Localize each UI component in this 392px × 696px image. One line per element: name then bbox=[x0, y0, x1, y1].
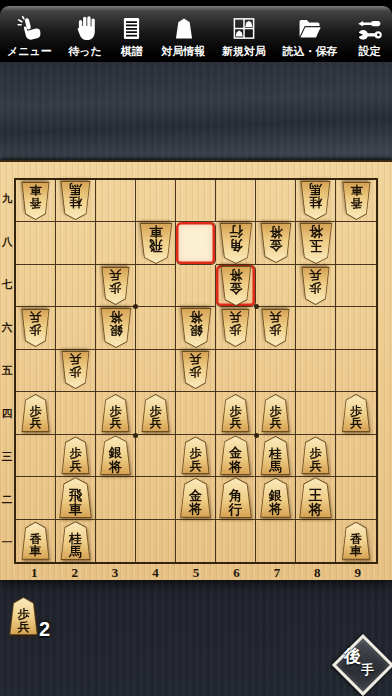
piece-kanji: 歩 兵 bbox=[190, 447, 202, 473]
square-2二[interactable]: 飛 車 bbox=[56, 477, 96, 519]
shogi-piece-歩兵-gote[interactable]: 歩 兵 bbox=[8, 597, 39, 635]
shogi-piece-歩兵-gote[interactable]: 歩 兵 bbox=[20, 394, 51, 432]
shogi-piece-歩兵-gote[interactable]: 歩 兵 bbox=[300, 436, 331, 474]
shogi-piece-香車-sente[interactable]: 香 車 bbox=[341, 182, 372, 220]
rank-label-二: 二 bbox=[0, 478, 14, 521]
square-2六[interactable] bbox=[56, 307, 96, 349]
menu-button[interactable]: メニュー bbox=[7, 14, 52, 59]
piece-kanji: 金 将 bbox=[189, 489, 202, 517]
square-7九[interactable] bbox=[256, 180, 296, 222]
shogi-piece-歩兵-sente[interactable]: 歩 兵 bbox=[60, 351, 91, 389]
piece-kanji: 歩 兵 bbox=[270, 405, 282, 431]
square-8九[interactable]: 桂 馬 bbox=[296, 180, 336, 222]
square-4五[interactable] bbox=[136, 350, 176, 392]
shogi-piece-銀将-gote[interactable]: 銀 将 bbox=[259, 478, 293, 518]
square-6四[interactable]: 歩 兵 bbox=[216, 392, 256, 434]
square-5三[interactable]: 歩 兵 bbox=[176, 435, 216, 477]
shogi-piece-歩兵-sente[interactable]: 歩 兵 bbox=[20, 309, 51, 347]
piece-kanji: 歩 兵 bbox=[270, 310, 282, 336]
square-1七[interactable] bbox=[16, 265, 56, 307]
piece-kanji: 歩 兵 bbox=[350, 405, 362, 431]
star-point bbox=[133, 433, 138, 438]
shogi-piece-歩兵-sente[interactable]: 歩 兵 bbox=[300, 267, 331, 305]
piece-kanji: 金 将 bbox=[229, 267, 242, 295]
square-7八[interactable]: 金 将 bbox=[256, 222, 296, 264]
square-6三[interactable]: 金 将 bbox=[216, 435, 256, 477]
square-3六[interactable]: 銀 将 bbox=[96, 307, 136, 349]
file-label-5: 5 bbox=[176, 564, 216, 582]
square-3三[interactable]: 銀 将 bbox=[96, 435, 136, 477]
file-label-1: 1 bbox=[14, 564, 54, 582]
piece-kanji: 香 車 bbox=[350, 533, 362, 559]
square-7五[interactable] bbox=[256, 350, 296, 392]
square-1二[interactable] bbox=[16, 477, 56, 519]
piece-kanji: 香 車 bbox=[30, 183, 42, 209]
square-2四[interactable] bbox=[56, 392, 96, 434]
shogi-piece-飛車-sente[interactable]: 飛 車 bbox=[138, 223, 174, 264]
file-labels: 123456789 bbox=[14, 564, 378, 582]
square-6五[interactable] bbox=[216, 350, 256, 392]
square-6七[interactable]: 金 将 bbox=[216, 265, 256, 307]
piece-kanji: 王 将 bbox=[309, 488, 323, 517]
piece-kanji: 歩 兵 bbox=[230, 405, 242, 431]
square-9二[interactable] bbox=[336, 477, 376, 519]
square-7七[interactable] bbox=[256, 265, 296, 307]
kifu-button-label: 棋譜 bbox=[121, 44, 143, 59]
square-7六[interactable]: 歩 兵 bbox=[256, 307, 296, 349]
piece-kanji: 飛 車 bbox=[69, 488, 83, 517]
load-save-button[interactable]: 読込・保存 bbox=[282, 14, 337, 59]
new-game-button[interactable]: 新規対局 bbox=[222, 14, 266, 59]
play-area: 九八七六五四三二一 香 車桂 馬桂 馬香 車飛 車角 行金 将玉 将歩 兵金 将… bbox=[0, 62, 392, 696]
load-save-folder-icon bbox=[295, 14, 325, 43]
square-3五[interactable] bbox=[96, 350, 136, 392]
piece-kanji: 銀 将 bbox=[189, 309, 202, 337]
shogi-piece-歩兵-sente[interactable]: 歩 兵 bbox=[220, 309, 251, 347]
square-5八[interactable] bbox=[176, 222, 216, 264]
new-game-grid-icon bbox=[230, 14, 258, 43]
piece-kanji: 歩 兵 bbox=[110, 268, 122, 294]
square-1九[interactable]: 香 車 bbox=[16, 180, 56, 222]
shogi-piece-香車-gote[interactable]: 香 車 bbox=[20, 522, 51, 560]
square-6六[interactable]: 歩 兵 bbox=[216, 307, 256, 349]
piece-kanji: 歩 兵 bbox=[30, 310, 42, 336]
piece-kanji: 歩 兵 bbox=[110, 405, 122, 431]
piece-kanji: 歩 兵 bbox=[310, 268, 322, 294]
takeback-button-label: 待った bbox=[68, 44, 102, 59]
rank-label-三: 三 bbox=[0, 435, 14, 478]
shogi-piece-桂馬-sente[interactable]: 桂 馬 bbox=[299, 181, 332, 220]
rank-label-九: 九 bbox=[0, 178, 14, 221]
shogi-piece-金将-sente[interactable]: 金 将 bbox=[219, 266, 253, 306]
shogi-piece-桂馬-gote[interactable]: 桂 馬 bbox=[259, 436, 292, 475]
square-8三[interactable]: 歩 兵 bbox=[296, 435, 336, 477]
turn-badge: 後 手 bbox=[332, 634, 388, 690]
square-4九[interactable] bbox=[136, 180, 176, 222]
square-8一[interactable] bbox=[296, 520, 336, 562]
square-6一[interactable] bbox=[216, 520, 256, 562]
rank-label-六: 六 bbox=[0, 307, 14, 350]
shogi-piece-銀将-sente[interactable]: 銀 将 bbox=[179, 308, 213, 348]
rank-label-四: 四 bbox=[0, 392, 14, 435]
shogi-piece-飛車-gote[interactable]: 飛 車 bbox=[58, 477, 94, 518]
rank-labels: 九八七六五四三二一 bbox=[0, 178, 14, 564]
shogi-piece-金将-sente[interactable]: 金 将 bbox=[259, 223, 293, 263]
shogi-piece-歩兵-gote[interactable]: 歩 兵 bbox=[100, 394, 131, 432]
shogi-piece-歩兵-gote[interactable]: 歩 兵 bbox=[220, 394, 251, 432]
board-grid: 香 車桂 馬桂 馬香 車飛 車角 行金 将玉 将歩 兵金 将歩 兵歩 兵銀 将銀… bbox=[14, 178, 378, 564]
square-7四[interactable]: 歩 兵 bbox=[256, 392, 296, 434]
piece-kanji: 玉 将 bbox=[309, 224, 323, 253]
piece-kanji: 香 車 bbox=[350, 183, 362, 209]
square-5九[interactable] bbox=[176, 180, 216, 222]
piece-kanji: 金 将 bbox=[269, 224, 282, 252]
square-9三[interactable] bbox=[336, 435, 376, 477]
square-1一[interactable]: 香 車 bbox=[16, 520, 56, 562]
game-info-button[interactable]: 対局情報 bbox=[162, 14, 206, 59]
rank-label-七: 七 bbox=[0, 264, 14, 307]
square-4四[interactable]: 歩 兵 bbox=[136, 392, 176, 434]
load-save-button-label: 読込・保存 bbox=[282, 44, 337, 59]
square-2五[interactable]: 歩 兵 bbox=[56, 350, 96, 392]
square-5五[interactable]: 歩 兵 bbox=[176, 350, 216, 392]
piece-kanji: 歩 兵 bbox=[150, 405, 162, 431]
square-9七[interactable] bbox=[336, 265, 376, 307]
file-label-6: 6 bbox=[216, 564, 256, 582]
shogi-app-screen: メニュー 待った bbox=[0, 0, 392, 696]
piece-kanji: 銀 将 bbox=[109, 309, 122, 337]
shogi-piece-金将-gote[interactable]: 金 将 bbox=[219, 435, 253, 475]
piece-kanji: 歩 兵 bbox=[18, 608, 30, 634]
file-label-8: 8 bbox=[297, 564, 337, 582]
square-6九[interactable] bbox=[216, 180, 256, 222]
gote-hand-tray: 歩 兵 2 bbox=[8, 597, 78, 647]
square-4三[interactable] bbox=[136, 435, 176, 477]
square-7二[interactable]: 銀 将 bbox=[256, 477, 296, 519]
piece-kanji: 角 行 bbox=[229, 488, 243, 517]
shogi-piece-玉将-sente[interactable]: 玉 将 bbox=[298, 223, 334, 264]
file-label-9: 9 bbox=[338, 564, 378, 582]
square-2三[interactable]: 歩 兵 bbox=[56, 435, 96, 477]
shogi-piece-香車-sente[interactable]: 香 車 bbox=[20, 182, 51, 220]
square-7一[interactable] bbox=[256, 520, 296, 562]
shogi-piece-角行-gote[interactable]: 角 行 bbox=[218, 477, 254, 518]
shogi-piece-金将-gote[interactable]: 金 将 bbox=[179, 478, 213, 518]
square-1五[interactable] bbox=[16, 350, 56, 392]
square-8七[interactable]: 歩 兵 bbox=[296, 265, 336, 307]
piece-kanji: 桂 馬 bbox=[69, 532, 82, 559]
settings-button-label: 設定 bbox=[358, 44, 380, 59]
shogi-piece-桂馬-gote[interactable]: 桂 馬 bbox=[59, 521, 92, 560]
square-2九[interactable]: 桂 馬 bbox=[56, 180, 96, 222]
rank-label-八: 八 bbox=[0, 221, 14, 264]
piece-kanji: 桂 馬 bbox=[269, 447, 282, 474]
star-point bbox=[133, 304, 138, 309]
square-8八[interactable]: 玉 将 bbox=[296, 222, 336, 264]
square-9四[interactable]: 歩 兵 bbox=[336, 392, 376, 434]
square-4二[interactable] bbox=[136, 477, 176, 519]
square-8六[interactable] bbox=[296, 307, 336, 349]
shogi-piece-歩兵-gote[interactable]: 歩 兵 bbox=[260, 394, 291, 432]
square-9六[interactable] bbox=[336, 307, 376, 349]
star-point bbox=[254, 304, 259, 309]
piece-kanji: 角 行 bbox=[229, 224, 243, 253]
game-info-piece-icon bbox=[170, 14, 198, 43]
square-4七[interactable] bbox=[136, 265, 176, 307]
square-3八[interactable] bbox=[96, 222, 136, 264]
piece-kanji: 歩 兵 bbox=[70, 352, 82, 378]
square-8二[interactable]: 王 将 bbox=[296, 477, 336, 519]
piece-kanji: 桂 馬 bbox=[309, 182, 322, 209]
square-9一[interactable]: 香 車 bbox=[336, 520, 376, 562]
shogi-piece-銀将-gote[interactable]: 銀 将 bbox=[99, 435, 133, 475]
menu-tap-hand-icon bbox=[15, 14, 43, 43]
takeback-hand-icon bbox=[71, 14, 99, 43]
gote-hand-pawn-count: 2 bbox=[39, 618, 50, 641]
shogi-piece-歩兵-gote[interactable]: 歩 兵 bbox=[140, 394, 171, 432]
turn-badge-text: 手 bbox=[361, 661, 374, 679]
shogi-piece-歩兵-gote[interactable]: 歩 兵 bbox=[180, 436, 211, 474]
square-9九[interactable]: 香 車 bbox=[336, 180, 376, 222]
toolbar-bar: メニュー 待った bbox=[0, 6, 392, 62]
piece-kanji: 香 車 bbox=[30, 533, 42, 559]
piece-kanji: 飛 車 bbox=[149, 224, 163, 253]
file-label-2: 2 bbox=[54, 564, 94, 582]
square-9八[interactable] bbox=[336, 222, 376, 264]
rank-label-一: 一 bbox=[0, 521, 14, 564]
square-5二[interactable]: 金 将 bbox=[176, 477, 216, 519]
file-label-4: 4 bbox=[135, 564, 175, 582]
piece-kanji: 銀 将 bbox=[269, 489, 282, 517]
piece-kanji: 銀 将 bbox=[109, 446, 122, 474]
square-5六[interactable]: 銀 将 bbox=[176, 307, 216, 349]
takeback-button[interactable]: 待った bbox=[68, 14, 102, 59]
square-5一[interactable] bbox=[176, 520, 216, 562]
square-1六[interactable]: 歩 兵 bbox=[16, 307, 56, 349]
file-label-3: 3 bbox=[95, 564, 135, 582]
square-3二[interactable] bbox=[96, 477, 136, 519]
square-3七[interactable]: 歩 兵 bbox=[96, 265, 136, 307]
square-3一[interactable] bbox=[96, 520, 136, 562]
shogi-piece-角行-sente[interactable]: 角 行 bbox=[218, 223, 254, 264]
piece-kanji: 歩 兵 bbox=[230, 310, 242, 336]
menu-button-label: メニュー bbox=[7, 44, 52, 59]
square-5七[interactable] bbox=[176, 265, 216, 307]
settings-tools-icon bbox=[354, 14, 385, 43]
square-1八[interactable] bbox=[16, 222, 56, 264]
square-4一[interactable] bbox=[136, 520, 176, 562]
piece-kanji: 歩 兵 bbox=[310, 447, 322, 473]
square-7三[interactable]: 桂 馬 bbox=[256, 435, 296, 477]
square-3九[interactable] bbox=[96, 180, 136, 222]
game-info-button-label: 対局情報 bbox=[162, 44, 206, 59]
square-1三[interactable] bbox=[16, 435, 56, 477]
shogi-piece-歩兵-sente[interactable]: 歩 兵 bbox=[180, 351, 211, 389]
piece-kanji: 歩 兵 bbox=[190, 352, 202, 378]
square-4八[interactable]: 飛 車 bbox=[136, 222, 176, 264]
square-1四[interactable]: 歩 兵 bbox=[16, 392, 56, 434]
shogi-piece-歩兵-sente[interactable]: 歩 兵 bbox=[100, 267, 131, 305]
square-4六[interactable] bbox=[136, 307, 176, 349]
rank-label-五: 五 bbox=[0, 350, 14, 393]
square-8四[interactable] bbox=[296, 392, 336, 434]
piece-kanji: 歩 兵 bbox=[30, 405, 42, 431]
square-6八[interactable]: 角 行 bbox=[216, 222, 256, 264]
new-game-button-label: 新規対局 bbox=[222, 44, 266, 59]
shogi-piece-香車-gote[interactable]: 香 車 bbox=[341, 522, 372, 560]
square-2一[interactable]: 桂 馬 bbox=[56, 520, 96, 562]
shogi-piece-歩兵-sente[interactable]: 歩 兵 bbox=[260, 309, 291, 347]
file-label-7: 7 bbox=[257, 564, 297, 582]
shogi-piece-銀将-sente[interactable]: 銀 将 bbox=[99, 308, 133, 348]
kifu-button[interactable]: 棋譜 bbox=[118, 14, 145, 59]
square-2八[interactable] bbox=[56, 222, 96, 264]
square-9五[interactable] bbox=[336, 350, 376, 392]
piece-kanji: 歩 兵 bbox=[70, 447, 82, 473]
shogi-board: 九八七六五四三二一 香 車桂 馬桂 馬香 車飛 車角 行金 将玉 将歩 兵金 将… bbox=[0, 160, 392, 580]
turn-badge-text: 後 bbox=[344, 645, 361, 668]
shogi-piece-歩兵-gote[interactable]: 歩 兵 bbox=[341, 394, 372, 432]
shogi-piece-王将-gote[interactable]: 王 将 bbox=[298, 477, 334, 518]
square-5四[interactable] bbox=[176, 392, 216, 434]
shogi-piece-歩兵-gote[interactable]: 歩 兵 bbox=[60, 436, 91, 474]
square-3四[interactable]: 歩 兵 bbox=[96, 392, 136, 434]
square-8五[interactable] bbox=[296, 350, 336, 392]
toolbar: メニュー 待った bbox=[0, 0, 392, 62]
shogi-piece-桂馬-sente[interactable]: 桂 馬 bbox=[59, 181, 92, 220]
kifu-document-icon bbox=[118, 14, 145, 43]
settings-button[interactable]: 設定 bbox=[354, 14, 385, 59]
piece-kanji: 金 将 bbox=[229, 446, 242, 474]
square-2七[interactable] bbox=[56, 265, 96, 307]
square-6二[interactable]: 角 行 bbox=[216, 477, 256, 519]
piece-kanji: 桂 馬 bbox=[69, 182, 82, 209]
